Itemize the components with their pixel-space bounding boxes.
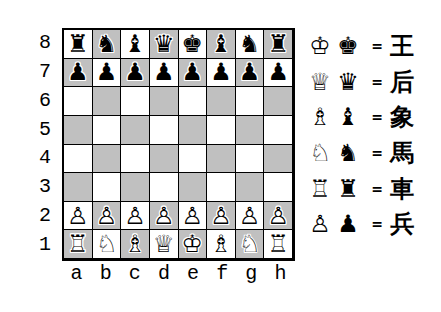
- square-b6[interactable]: [93, 87, 122, 116]
- square-a2[interactable]: ♟♙: [64, 202, 93, 231]
- square-d1[interactable]: ♛♕: [150, 230, 179, 259]
- square-d7[interactable]: ♟♟: [150, 59, 179, 88]
- square-c2[interactable]: ♟♙: [121, 202, 150, 231]
- piece-white-bishop: ♝♗: [121, 230, 149, 258]
- piece-white-rook: ♜♖: [64, 230, 92, 258]
- piece-black-pawn: ♟♟: [93, 59, 121, 87]
- square-h6[interactable]: [264, 87, 293, 116]
- piece-black-pawn: ♟♟: [64, 59, 92, 87]
- piece-black-king: ♚♚: [334, 28, 362, 64]
- piece-outline-layer: ♗: [309, 105, 331, 129]
- square-c3[interactable]: [121, 173, 150, 202]
- square-a1[interactable]: ♜♖: [64, 230, 93, 259]
- square-c6[interactable]: [121, 87, 150, 116]
- legend-black-queen: ♛♛: [334, 64, 362, 100]
- square-c5[interactable]: [121, 116, 150, 145]
- square-f5[interactable]: [207, 116, 236, 145]
- file-label-f: f: [208, 262, 237, 286]
- piece-white-bishop: ♝♗: [207, 230, 235, 258]
- piece-outline-layer: ♗: [124, 232, 146, 256]
- legend-white-queen: ♛♕: [306, 64, 334, 100]
- piece-black-rook: ♜♜: [64, 30, 92, 58]
- square-d5[interactable]: [150, 116, 179, 145]
- piece-outline-layer: ♜: [267, 32, 289, 56]
- piece-black-rook: ♜♜: [334, 171, 362, 207]
- equals-sign: =: [368, 38, 386, 54]
- piece-white-rook: ♜♖: [264, 230, 292, 258]
- legend-row-pawn: ♟♙♟♟=兵: [306, 206, 436, 242]
- piece-outline-layer: ♙: [67, 204, 89, 228]
- legend-row-king: ♚♔♚♚=王: [306, 28, 436, 64]
- rank-label-4: 4: [30, 144, 58, 173]
- piece-outline-layer: ♙: [267, 204, 289, 228]
- square-c4[interactable]: [121, 145, 150, 174]
- piece-white-pawn: ♟♙: [64, 202, 92, 230]
- rank-label-1: 1: [30, 230, 58, 259]
- square-a3[interactable]: [64, 173, 93, 202]
- legend-white-rook: ♜♖: [306, 171, 334, 207]
- legend-white-bishop: ♝♗: [306, 99, 334, 135]
- square-c7[interactable]: ♟♟: [121, 59, 150, 88]
- file-label-c: c: [120, 262, 149, 286]
- piece-black-pawn: ♟♟: [236, 59, 264, 87]
- square-f1[interactable]: ♝♗: [207, 230, 236, 259]
- square-a7[interactable]: ♟♟: [64, 59, 93, 88]
- piece-white-king: ♚♔: [306, 28, 334, 64]
- legend-white-knight: ♞♘: [306, 135, 334, 171]
- piece-outline-layer: ♟: [239, 60, 261, 84]
- square-h1[interactable]: ♜♖: [264, 230, 293, 259]
- legend-chinese-pawn: 兵: [390, 208, 414, 240]
- piece-black-queen: ♛♛: [334, 64, 362, 100]
- piece-outline-layer: ♘: [96, 232, 118, 256]
- piece-outline-layer: ♘: [239, 232, 261, 256]
- square-b7[interactable]: ♟♟: [93, 59, 122, 88]
- square-e6[interactable]: [179, 87, 208, 116]
- piece-white-pawn: ♟♙: [93, 202, 121, 230]
- square-a5[interactable]: [64, 116, 93, 145]
- legend-row-rook: ♜♖♜♜=車: [306, 171, 436, 207]
- square-g4[interactable]: [236, 145, 265, 174]
- piece-white-pawn: ♟♙: [150, 202, 178, 230]
- piece-white-queen: ♛♕: [306, 64, 334, 100]
- piece-outline-layer: ♚: [182, 32, 204, 56]
- piece-outline-layer: ♙: [124, 204, 146, 228]
- piece-outline-layer: ♙: [96, 204, 118, 228]
- piece-outline-layer: ♘: [309, 141, 331, 165]
- legend-black-knight: ♞♞: [334, 135, 362, 171]
- square-h8[interactable]: ♜♜: [264, 30, 293, 59]
- square-g6[interactable]: [236, 87, 265, 116]
- equals-sign: =: [368, 145, 386, 161]
- square-d3[interactable]: [150, 173, 179, 202]
- legend-black-rook: ♜♜: [334, 171, 362, 207]
- legend-black-bishop: ♝♝: [334, 99, 362, 135]
- square-e7[interactable]: ♟♟: [179, 59, 208, 88]
- square-b4[interactable]: [93, 145, 122, 174]
- file-label-e: e: [179, 262, 208, 286]
- square-e1[interactable]: ♚♔: [179, 230, 208, 259]
- piece-outline-layer: ♝: [124, 32, 146, 56]
- piece-black-king: ♚♚: [179, 30, 207, 58]
- square-e8[interactable]: ♚♚: [179, 30, 208, 59]
- piece-black-knight: ♞♞: [334, 135, 362, 171]
- piece-white-pawn: ♟♙: [306, 206, 334, 242]
- legend-white-pawn: ♟♙: [306, 206, 334, 242]
- piece-outline-layer: ♟: [182, 60, 204, 84]
- piece-outline-layer: ♞: [96, 32, 118, 56]
- square-c8[interactable]: ♝♝: [121, 30, 150, 59]
- piece-white-knight: ♞♘: [236, 230, 264, 258]
- piece-white-pawn: ♟♙: [236, 202, 264, 230]
- piece-white-pawn: ♟♙: [121, 202, 149, 230]
- square-b3[interactable]: [93, 173, 122, 202]
- piece-white-pawn: ♟♙: [264, 202, 292, 230]
- piece-outline-layer: ♖: [67, 232, 89, 256]
- piece-outline-layer: ♛: [337, 70, 359, 94]
- piece-black-rook: ♜♜: [264, 30, 292, 58]
- piece-outline-layer: ♟: [337, 212, 359, 236]
- file-label-g: g: [237, 262, 266, 286]
- file-label-h: h: [266, 262, 295, 286]
- rank-label-8: 8: [30, 28, 58, 57]
- chess-board[interactable]: ♜♜♞♞♝♝♛♛♚♚♝♝♞♞♜♜♟♟♟♟♟♟♟♟♟♟♟♟♟♟♟♟♟♙♟♙♟♙♟♙…: [62, 28, 295, 261]
- piece-black-bishop: ♝♝: [334, 99, 362, 135]
- piece-outline-layer: ♕: [153, 232, 175, 256]
- legend-row-bishop: ♝♗♝♝=象: [306, 99, 436, 135]
- legend-chinese-queen: 后: [390, 66, 414, 98]
- piece-outline-layer: ♟: [67, 60, 89, 84]
- piece-black-knight: ♞♞: [93, 30, 121, 58]
- legend-black-king: ♚♚: [334, 28, 362, 64]
- piece-outline-layer: ♛: [153, 32, 175, 56]
- piece-white-pawn: ♟♙: [179, 202, 207, 230]
- equals-sign: =: [368, 74, 386, 90]
- rank-label-6: 6: [30, 86, 58, 115]
- equals-sign: =: [368, 216, 386, 232]
- piece-outline-layer: ♟: [267, 60, 289, 84]
- square-h5[interactable]: [264, 116, 293, 145]
- square-g5[interactable]: [236, 116, 265, 145]
- legend-row-queen: ♛♕♛♛=后: [306, 64, 436, 100]
- piece-outline-layer: ♙: [210, 204, 232, 228]
- file-label-b: b: [91, 262, 120, 286]
- equals-sign: =: [368, 109, 386, 125]
- piece-white-rook: ♜♖: [306, 171, 334, 207]
- piece-black-knight: ♞♞: [236, 30, 264, 58]
- legend-chinese-rook: 車: [390, 173, 414, 205]
- piece-outline-layer: ♔: [309, 34, 331, 58]
- legend-white-king: ♚♔: [306, 28, 334, 64]
- piece-legend: ♚♔♚♚=王♛♕♛♛=后♝♗♝♝=象♞♘♞♞=馬♜♖♜♜=車♟♙♟♟=兵: [306, 28, 436, 242]
- piece-outline-layer: ♝: [210, 32, 232, 56]
- piece-black-pawn: ♟♟: [121, 59, 149, 87]
- square-f8[interactable]: ♝♝: [207, 30, 236, 59]
- rank-label-7: 7: [30, 57, 58, 86]
- piece-outline-layer: ♙: [239, 204, 261, 228]
- rank-label-2: 2: [30, 201, 58, 230]
- chess-diagram-page: 87654321 ♜♜♞♞♝♝♛♛♚♚♝♝♞♞♜♜♟♟♟♟♟♟♟♟♟♟♟♟♟♟♟…: [0, 0, 441, 312]
- file-label-a: a: [62, 262, 91, 286]
- square-g3[interactable]: [236, 173, 265, 202]
- piece-outline-layer: ♖: [309, 177, 331, 201]
- piece-black-pawn: ♟♟: [207, 59, 235, 87]
- rank-labels: 87654321: [30, 28, 58, 259]
- square-a4[interactable]: [64, 145, 93, 174]
- square-d8[interactable]: ♛♛: [150, 30, 179, 59]
- file-labels: abcdefgh: [62, 262, 295, 286]
- square-e5[interactable]: [179, 116, 208, 145]
- piece-outline-layer: ♙: [309, 212, 331, 236]
- piece-outline-layer: ♚: [337, 34, 359, 58]
- piece-outline-layer: ♙: [182, 204, 204, 228]
- piece-black-pawn: ♟♟: [179, 59, 207, 87]
- square-c1[interactable]: ♝♗: [121, 230, 150, 259]
- square-e2[interactable]: ♟♙: [179, 202, 208, 231]
- square-f7[interactable]: ♟♟: [207, 59, 236, 88]
- rank-label-3: 3: [30, 172, 58, 201]
- square-e3[interactable]: [179, 173, 208, 202]
- piece-outline-layer: ♟: [96, 60, 118, 84]
- piece-black-pawn: ♟♟: [150, 59, 178, 87]
- legend-chinese-knight: 馬: [390, 137, 414, 169]
- square-g8[interactable]: ♞♞: [236, 30, 265, 59]
- piece-outline-layer: ♕: [309, 70, 331, 94]
- piece-outline-layer: ♔: [182, 232, 204, 256]
- square-e4[interactable]: [179, 145, 208, 174]
- square-f2[interactable]: ♟♙: [207, 202, 236, 231]
- piece-white-bishop: ♝♗: [306, 99, 334, 135]
- square-h2[interactable]: ♟♙: [264, 202, 293, 231]
- rank-label-5: 5: [30, 115, 58, 144]
- square-b1[interactable]: ♞♘: [93, 230, 122, 259]
- square-a8[interactable]: ♜♜: [64, 30, 93, 59]
- piece-outline-layer: ♝: [337, 105, 359, 129]
- square-f3[interactable]: [207, 173, 236, 202]
- piece-white-pawn: ♟♙: [207, 202, 235, 230]
- square-g1[interactable]: ♞♘: [236, 230, 265, 259]
- square-d4[interactable]: [150, 145, 179, 174]
- square-g2[interactable]: ♟♙: [236, 202, 265, 231]
- piece-black-pawn: ♟♟: [334, 206, 362, 242]
- square-h7[interactable]: ♟♟: [264, 59, 293, 88]
- piece-outline-layer: ♞: [239, 32, 261, 56]
- square-f6[interactable]: [207, 87, 236, 116]
- legend-row-knight: ♞♘♞♞=馬: [306, 135, 436, 171]
- piece-outline-layer: ♟: [210, 60, 232, 84]
- piece-white-knight: ♞♘: [306, 135, 334, 171]
- piece-white-knight: ♞♘: [93, 230, 121, 258]
- square-b8[interactable]: ♞♞: [93, 30, 122, 59]
- piece-outline-layer: ♟: [124, 60, 146, 84]
- square-d2[interactable]: ♟♙: [150, 202, 179, 231]
- piece-black-queen: ♛♛: [150, 30, 178, 58]
- square-a6[interactable]: [64, 87, 93, 116]
- piece-white-king: ♚♔: [179, 230, 207, 258]
- square-f4[interactable]: [207, 145, 236, 174]
- piece-outline-layer: ♖: [267, 232, 289, 256]
- square-h3[interactable]: [264, 173, 293, 202]
- legend-chinese-bishop: 象: [390, 101, 414, 133]
- piece-white-queen: ♛♕: [150, 230, 178, 258]
- equals-sign: =: [368, 181, 386, 197]
- legend-chinese-king: 王: [390, 30, 414, 62]
- piece-outline-layer: ♙: [153, 204, 175, 228]
- piece-outline-layer: ♗: [210, 232, 232, 256]
- square-b2[interactable]: ♟♙: [93, 202, 122, 231]
- piece-outline-layer: ♞: [337, 141, 359, 165]
- square-b5[interactable]: [93, 116, 122, 145]
- piece-outline-layer: ♜: [337, 177, 359, 201]
- square-d6[interactable]: [150, 87, 179, 116]
- legend-black-pawn: ♟♟: [334, 206, 362, 242]
- piece-black-bishop: ♝♝: [207, 30, 235, 58]
- piece-black-bishop: ♝♝: [121, 30, 149, 58]
- piece-outline-layer: ♜: [67, 32, 89, 56]
- square-h4[interactable]: [264, 145, 293, 174]
- piece-outline-layer: ♟: [153, 60, 175, 84]
- square-g7[interactable]: ♟♟: [236, 59, 265, 88]
- piece-black-pawn: ♟♟: [264, 59, 292, 87]
- file-label-d: d: [149, 262, 178, 286]
